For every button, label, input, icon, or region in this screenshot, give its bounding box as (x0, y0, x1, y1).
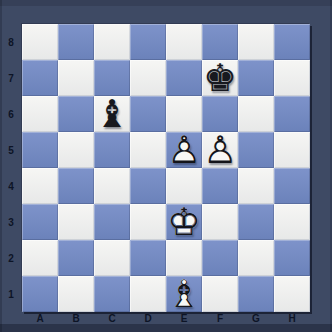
rank-label-7: 7 (0, 60, 22, 96)
square-a2[interactable] (22, 240, 58, 276)
file-label-f: F (202, 311, 238, 326)
square-c3[interactable] (94, 204, 130, 240)
white-bishop-glyph: ♝ (166, 276, 202, 312)
square-h6[interactable] (274, 96, 310, 132)
square-a7[interactable] (22, 60, 58, 96)
square-f2[interactable] (202, 240, 238, 276)
rank-label-6: 6 (0, 96, 22, 132)
square-a4[interactable] (22, 168, 58, 204)
square-a8[interactable] (22, 24, 58, 60)
square-d4[interactable] (130, 168, 166, 204)
file-label-g: G (238, 311, 274, 326)
file-labels: ABCDEFGH (22, 311, 310, 326)
square-b4[interactable] (58, 168, 94, 204)
square-a5[interactable] (22, 132, 58, 168)
square-a1[interactable] (22, 276, 58, 312)
file-label-c: C (94, 311, 130, 326)
white-pawn-outline: ♙ (202, 132, 238, 168)
square-d3[interactable] (130, 204, 166, 240)
square-c2[interactable] (94, 240, 130, 276)
square-a6[interactable] (22, 96, 58, 132)
rank-labels: 87654321 (0, 24, 22, 312)
square-c7[interactable] (94, 60, 130, 96)
file-label-a: A (22, 311, 58, 326)
square-a3[interactable] (22, 204, 58, 240)
white-pawn-outline: ♙ (166, 132, 202, 168)
square-f1[interactable] (202, 276, 238, 312)
square-b1[interactable] (58, 276, 94, 312)
white-pawn[interactable]: ♟♙ (202, 132, 238, 168)
square-b6[interactable] (58, 96, 94, 132)
white-pawn-glyph: ♟ (166, 132, 202, 168)
square-g4[interactable] (238, 168, 274, 204)
square-h7[interactable] (274, 60, 310, 96)
black-bishop[interactable]: ♝ (94, 96, 130, 132)
square-g6[interactable] (238, 96, 274, 132)
black-bishop-glyph: ♝ (94, 96, 130, 132)
square-f6[interactable] (202, 96, 238, 132)
rank-label-4: 4 (0, 168, 22, 204)
white-bishop[interactable]: ♝♗ (166, 276, 202, 312)
square-f3[interactable] (202, 204, 238, 240)
white-pawn-glyph: ♟ (202, 132, 238, 168)
square-b2[interactable] (58, 240, 94, 276)
file-label-b: B (58, 311, 94, 326)
square-e3[interactable]: ♚♔ (166, 204, 202, 240)
rank-label-8: 8 (0, 24, 22, 60)
square-d1[interactable] (130, 276, 166, 312)
chess-diagram: 87654321 ABCDEFGH ♚♝♟♙♟♙♚♔♝♗ (0, 0, 332, 332)
square-d5[interactable] (130, 132, 166, 168)
square-f4[interactable] (202, 168, 238, 204)
square-e2[interactable] (166, 240, 202, 276)
square-f5[interactable]: ♟♙ (202, 132, 238, 168)
square-h5[interactable] (274, 132, 310, 168)
square-h2[interactable] (274, 240, 310, 276)
square-c6[interactable]: ♝ (94, 96, 130, 132)
white-king[interactable]: ♚♔ (166, 204, 202, 240)
square-e6[interactable] (166, 96, 202, 132)
rank-label-1: 1 (0, 276, 22, 312)
square-d7[interactable] (130, 60, 166, 96)
square-b8[interactable] (58, 24, 94, 60)
file-label-d: D (130, 311, 166, 326)
square-h4[interactable] (274, 168, 310, 204)
white-king-glyph: ♚ (166, 204, 202, 240)
rank-label-5: 5 (0, 132, 22, 168)
square-g7[interactable] (238, 60, 274, 96)
white-bishop-outline: ♗ (166, 276, 202, 312)
file-label-h: H (274, 311, 310, 326)
rank-label-3: 3 (0, 204, 22, 240)
chess-board: ♚♝♟♙♟♙♚♔♝♗ (22, 24, 310, 312)
square-g2[interactable] (238, 240, 274, 276)
square-b5[interactable] (58, 132, 94, 168)
black-king-glyph: ♚ (202, 60, 238, 96)
square-f7[interactable]: ♚ (202, 60, 238, 96)
square-h8[interactable] (274, 24, 310, 60)
square-h1[interactable] (274, 276, 310, 312)
white-king-outline: ♔ (166, 204, 202, 240)
black-king[interactable]: ♚ (202, 60, 238, 96)
square-e1[interactable]: ♝♗ (166, 276, 202, 312)
square-e5[interactable]: ♟♙ (166, 132, 202, 168)
square-d2[interactable] (130, 240, 166, 276)
square-b7[interactable] (58, 60, 94, 96)
square-g3[interactable] (238, 204, 274, 240)
square-f8[interactable] (202, 24, 238, 60)
square-b3[interactable] (58, 204, 94, 240)
square-c5[interactable] (94, 132, 130, 168)
frame-edge-top (0, 0, 332, 6)
square-g8[interactable] (238, 24, 274, 60)
square-e4[interactable] (166, 168, 202, 204)
square-c4[interactable] (94, 168, 130, 204)
square-c8[interactable] (94, 24, 130, 60)
square-d8[interactable] (130, 24, 166, 60)
file-label-e: E (166, 311, 202, 326)
square-e8[interactable] (166, 24, 202, 60)
square-c1[interactable] (94, 276, 130, 312)
white-pawn[interactable]: ♟♙ (166, 132, 202, 168)
square-h3[interactable] (274, 204, 310, 240)
board-frame: 87654321 ABCDEFGH ♚♝♟♙♟♙♚♔♝♗ (0, 0, 332, 332)
rank-label-2: 2 (0, 240, 22, 276)
square-d6[interactable] (130, 96, 166, 132)
square-g5[interactable] (238, 132, 274, 168)
square-g1[interactable] (238, 276, 274, 312)
square-e7[interactable] (166, 60, 202, 96)
